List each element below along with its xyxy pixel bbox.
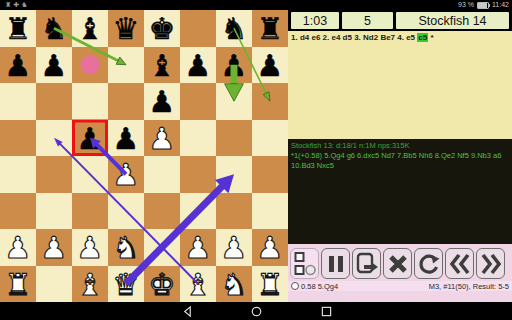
square-c5[interactable]: ♟ (72, 120, 108, 157)
white-pawn-d4: ♟ (108, 156, 144, 193)
square-g5[interactable] (216, 120, 252, 157)
toolbar (290, 248, 505, 279)
square-e4[interactable] (144, 156, 180, 193)
square-g7[interactable]: ♟ (216, 47, 252, 84)
black-knight-b8: ♞ (36, 10, 72, 47)
eval-dot-icon (291, 282, 299, 290)
square-f1[interactable]: ♝ (180, 266, 216, 303)
discard-button[interactable] (383, 248, 412, 279)
square-g8[interactable]: ♞ (216, 10, 252, 47)
square-c1[interactable]: ♝ (72, 266, 108, 303)
square-h7[interactable]: ♟ (252, 47, 288, 84)
black-pawn-e6: ♟ (144, 83, 180, 120)
square-d6[interactable] (108, 83, 144, 120)
knight-notification-icon: ♞ (21, 1, 29, 9)
engine-pv-line: *1(+0.58) 5.Qg4 g6 6.dxc5 Nd7 7.Bb5 Nh6 … (291, 151, 509, 171)
pause-button[interactable] (321, 248, 350, 279)
white-rook-a1: ♜ (0, 266, 36, 303)
rotate-button[interactable] (414, 248, 443, 279)
square-e1[interactable]: ♚ (144, 266, 180, 303)
square-c4[interactable] (72, 156, 108, 193)
square-b3[interactable] (36, 193, 72, 230)
square-d7[interactable] (108, 47, 144, 84)
engine-panel: 1:03 5 Stockfish 14 1. d4 e6 2. e4 d5 3.… (288, 10, 512, 302)
square-h8[interactable]: ♜ (252, 10, 288, 47)
notification-icons: ♜✚♞ (5, 0, 29, 10)
white-pawn-e5: ♟ (144, 120, 180, 157)
square-b8[interactable]: ♞ (36, 10, 72, 47)
top-player-row: 1:03 5 Stockfish 14 (288, 10, 512, 31)
black-bishop-c8: ♝ (72, 10, 108, 47)
match-status-text: M3, #11(50), Result: 5-5 (429, 282, 509, 291)
square-e3[interactable] (144, 193, 180, 230)
black-pawn-g7: ♟ (216, 47, 252, 84)
square-a6[interactable] (0, 83, 36, 120)
forward-button[interactable] (476, 248, 505, 279)
app-screen: ♜✚♞ 93 % 11:42 ♜♞♝♛♚♞♜♟♟♝♟♟♟♟♟♟♟♟♟♟♟♞♟♟♟… (0, 0, 512, 320)
square-c3[interactable] (72, 193, 108, 230)
black-rook-a8: ♜ (0, 10, 36, 47)
piece-select-button[interactable] (290, 248, 319, 279)
black-queen-d8: ♛ (108, 10, 144, 47)
square-d5[interactable]: ♟ (108, 120, 144, 157)
black-pawn-d5: ♟ (108, 120, 144, 157)
white-rook-h1: ♜ (252, 266, 288, 303)
android-nav-bar (0, 302, 512, 320)
square-a3[interactable] (0, 193, 36, 230)
white-pawn-c2: ♟ (72, 229, 108, 266)
square-b6[interactable] (36, 83, 72, 120)
white-knight-d2: ♞ (108, 229, 144, 266)
play-on-board-button[interactable] (352, 248, 381, 279)
square-c7[interactable] (72, 47, 108, 84)
android-status-bar: ♜✚♞ 93 % 11:42 (0, 0, 512, 10)
last-move-highlight: c5 (417, 33, 428, 42)
square-f2[interactable]: ♟ (180, 229, 216, 266)
square-g2[interactable]: ♟ (216, 229, 252, 266)
analysis-status-line: 0.58 5.Qg4 M3, #11(50), Result: 5-5 (288, 281, 512, 291)
square-h4[interactable] (252, 156, 288, 193)
square-f6[interactable] (180, 83, 216, 120)
white-pawn-b2: ♟ (36, 229, 72, 266)
white-knight-g1: ♞ (216, 266, 252, 303)
square-e6[interactable]: ♟ (144, 83, 180, 120)
square-g1[interactable]: ♞ (216, 266, 252, 303)
white-bishop-c1: ♝ (72, 266, 108, 303)
battery-percent: 93 % (458, 0, 474, 10)
white-pawn-a2: ♟ (0, 229, 36, 266)
black-bishop-e7: ♝ (144, 47, 180, 84)
move-list[interactable]: 1. d4 e6 2. e4 d5 3. Nd2 Be7 4. e5 c5 * (288, 31, 512, 139)
black-knight-g8: ♞ (216, 10, 252, 47)
square-g3[interactable] (216, 193, 252, 230)
square-c6[interactable] (72, 83, 108, 120)
square-a8[interactable]: ♜ (0, 10, 36, 47)
square-c8[interactable]: ♝ (72, 10, 108, 47)
square-e8[interactable]: ♚ (144, 10, 180, 47)
square-a5[interactable] (0, 120, 36, 157)
black-pawn-h7: ♟ (252, 47, 288, 84)
eval-text: 0.58 5.Qg4 (301, 282, 338, 291)
white-bishop-f1: ♝ (180, 266, 216, 303)
square-h6[interactable] (252, 83, 288, 120)
plus-notification-icon: ✚ (13, 1, 21, 9)
square-a2[interactable]: ♟ (0, 229, 36, 266)
back-button[interactable] (182, 306, 193, 317)
engine-info-line: Stockfish 13: d:18/1 n:1M nps:315K (291, 141, 509, 151)
move-list-text: 1. d4 e6 2. e4 d5 3. Nd2 Be7 4. e5 (291, 33, 417, 42)
engine-output[interactable]: Stockfish 13: d:18/1 n:1M nps:315K *1(+0… (288, 139, 512, 244)
control-area: 0.58 5.Qg4 M3, #11(50), Result: 5-5 0:56… (288, 244, 512, 302)
square-f8[interactable] (180, 10, 216, 47)
square-a4[interactable] (0, 156, 36, 193)
black-pawn-c5: ♟ (72, 120, 108, 157)
recents-button[interactable] (321, 306, 332, 317)
white-pawn-f2: ♟ (180, 229, 216, 266)
square-b5[interactable] (36, 120, 72, 157)
square-f4[interactable] (180, 156, 216, 193)
system-info: 93 % 11:42 (458, 0, 509, 10)
chess-board[interactable]: ♜♞♝♛♚♞♜♟♟♝♟♟♟♟♟♟♟♟♟♟♟♞♟♟♟♜♝♛♚♝♞♜ (0, 10, 288, 302)
black-rook-h8: ♜ (252, 10, 288, 47)
square-a1[interactable]: ♜ (0, 266, 36, 303)
black-pawn-a7: ♟ (0, 47, 36, 84)
square-d3[interactable] (108, 193, 144, 230)
black-pawn-f7: ♟ (180, 47, 216, 84)
square-b7[interactable]: ♟ (36, 47, 72, 84)
white-king-e1: ♚ (144, 266, 180, 303)
square-e7[interactable]: ♝ (144, 47, 180, 84)
top-player-name[interactable]: Stockfish 14 (394, 10, 511, 31)
square-h3[interactable] (252, 193, 288, 230)
white-pawn-g2: ♟ (216, 229, 252, 266)
square-d8[interactable]: ♛ (108, 10, 144, 47)
top-player-increment: 5 (340, 10, 395, 31)
white-queen-d1: ♛ (108, 266, 144, 303)
square-b1[interactable] (36, 266, 72, 303)
top-player-clock: 1:03 (289, 10, 341, 31)
square-e2[interactable] (144, 229, 180, 266)
square-h1[interactable]: ♜ (252, 266, 288, 303)
square-e5[interactable]: ♟ (144, 120, 180, 157)
square-f5[interactable] (180, 120, 216, 157)
square-h5[interactable] (252, 120, 288, 157)
square-d2[interactable]: ♞ (108, 229, 144, 266)
square-f3[interactable] (180, 193, 216, 230)
square-d1[interactable]: ♛ (108, 266, 144, 303)
square-a7[interactable]: ♟ (0, 47, 36, 84)
square-g4[interactable] (216, 156, 252, 193)
home-button[interactable] (251, 306, 262, 317)
square-g6[interactable] (216, 83, 252, 120)
square-b4[interactable] (36, 156, 72, 193)
battery-icon (477, 2, 489, 9)
white-pawn-h2: ♟ (252, 229, 288, 266)
rewind-button[interactable] (445, 248, 474, 279)
black-pawn-b7: ♟ (36, 47, 72, 84)
black-king-e8: ♚ (144, 10, 180, 47)
square-h2[interactable]: ♟ (252, 229, 288, 266)
square-c2[interactable]: ♟ (72, 229, 108, 266)
square-f7[interactable]: ♟ (180, 47, 216, 84)
square-d4[interactable]: ♟ (108, 156, 144, 193)
square-b2[interactable]: ♟ (36, 229, 72, 266)
clock-time: 11:42 (492, 0, 509, 10)
move-list-result: * (428, 33, 433, 42)
